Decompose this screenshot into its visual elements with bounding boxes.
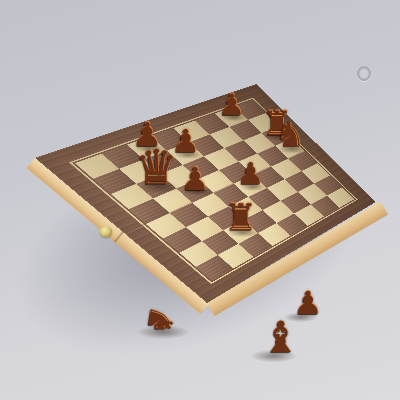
piece-knight-h5[interactable]: ♞ bbox=[275, 119, 305, 153]
piece-rook-c2[interactable]: ♜ bbox=[224, 199, 257, 236]
piece-queen-b6[interactable]: ♛ bbox=[135, 144, 178, 193]
piece-pawn-e4[interactable]: ♟ bbox=[237, 159, 264, 189]
pieces-layer: ♟♜♟♞♟♟♛♟♜♟♞♝ bbox=[0, 0, 400, 400]
chess-photo-scene: ♟♜♟♞♟♟♛♟♜♟♞♝ bbox=[0, 0, 400, 400]
piece-pawn-c5[interactable]: ♟ bbox=[181, 162, 210, 194]
piece-knight-offboard[interactable]: ♞ bbox=[142, 303, 179, 337]
piece-bishop-offboard[interactable]: ♝ bbox=[262, 316, 301, 359]
piece-pawn-g8[interactable]: ♟ bbox=[218, 91, 245, 121]
